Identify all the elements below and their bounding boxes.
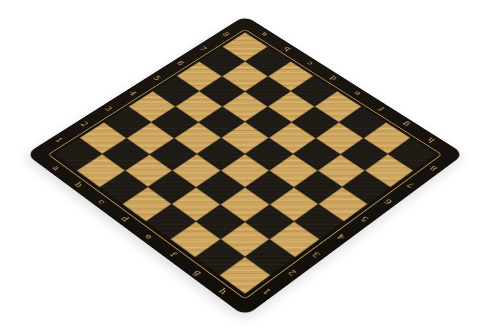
- coord-label-rank-1-right: 1: [261, 287, 273, 296]
- coord-label-file-e-bottom: e: [143, 233, 154, 241]
- coord-label-file-g-top: g: [401, 121, 412, 128]
- coord-label-file-h-bottom: h: [217, 287, 229, 296]
- coord-label-file-c-bottom: c: [96, 198, 107, 206]
- coord-label-file-f-top: f: [377, 106, 386, 112]
- coord-label-rank-7-left: 7: [198, 45, 208, 52]
- coord-label-rank-7-right: 7: [406, 181, 417, 189]
- coord-label-rank-4-right: 4: [335, 232, 346, 240]
- coord-label-file-b-bottom: b: [73, 181, 84, 189]
- coord-label-file-a-top: a: [259, 31, 269, 37]
- coord-label-file-e-top: e: [352, 90, 362, 97]
- coord-label-rank-3-right: 3: [311, 250, 323, 258]
- coord-label-file-d-top: d: [328, 75, 339, 82]
- chess-board: aa11bb22cc33dd44ee55ff66gg77hh88: [26, 16, 464, 317]
- coord-label-file-c-top: c: [305, 60, 315, 66]
- coord-label-rank-2-right: 2: [286, 268, 298, 276]
- coord-label-rank-6-right: 6: [383, 198, 394, 206]
- coord-label-rank-3-left: 3: [103, 105, 114, 112]
- coord-label-rank-5-right: 5: [359, 215, 370, 223]
- coord-label-file-a-bottom: a: [51, 164, 62, 171]
- coord-label-file-b-top: b: [282, 45, 292, 52]
- product-photo-background: aa11bb22cc33dd44ee55ff66gg77hh88: [0, 0, 500, 333]
- coord-label-rank-8-right: 8: [428, 164, 439, 172]
- coord-label-rank-8-left: 8: [221, 31, 231, 38]
- coord-label-file-g-bottom: g: [192, 268, 204, 277]
- coord-label-rank-5-left: 5: [151, 75, 162, 82]
- coord-label-rank-2-left: 2: [79, 121, 90, 128]
- coord-label-rank-1-left: 1: [53, 136, 64, 143]
- coord-label-rank-6-left: 6: [175, 60, 186, 67]
- board-grid: [54, 32, 436, 294]
- coord-label-file-h-top: h: [426, 136, 437, 143]
- coord-label-file-d-bottom: d: [119, 215, 131, 223]
- coord-label-rank-4-left: 4: [128, 90, 139, 97]
- coord-label-file-f-bottom: f: [168, 251, 178, 258]
